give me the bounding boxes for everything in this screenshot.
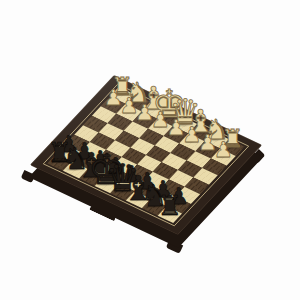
chess-set-photo: ♜♞♝♚♛♝♞♜♟♟♟♟♟♟♟♟♟♟♟♟♟♟♟♟♜♞♝♚♛♝♞♜ — [0, 0, 300, 300]
chess-board — [30, 75, 262, 235]
